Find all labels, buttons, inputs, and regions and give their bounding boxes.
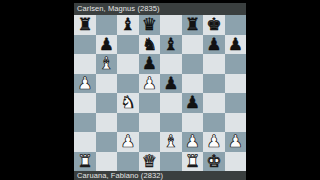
square-h4[interactable] xyxy=(225,93,247,113)
square-h5[interactable] xyxy=(225,74,247,94)
player-bottom-bar: Caruana, Fabiano (2832) xyxy=(74,171,246,180)
square-c7[interactable] xyxy=(117,35,139,55)
square-a1[interactable]: ♜ xyxy=(74,152,96,172)
square-a6[interactable] xyxy=(74,54,96,74)
square-a7[interactable] xyxy=(74,35,96,55)
square-g7[interactable]: ♟ xyxy=(203,35,225,55)
piece-white-pawn: ♟ xyxy=(77,74,92,94)
square-b6[interactable]: ♝ xyxy=(96,54,118,74)
chess-board: ♜♝♛♜♚♟♞♝♟♟♝♟♟♟♟♞♟♟♝♟♟♟♜♛♜♚ xyxy=(74,15,246,171)
piece-black-bishop: ♝ xyxy=(163,35,178,55)
piece-white-pawn: ♟ xyxy=(185,132,200,152)
square-d2[interactable] xyxy=(139,132,161,152)
square-e7[interactable]: ♝ xyxy=(160,35,182,55)
piece-white-bishop: ♝ xyxy=(99,54,114,74)
square-f6[interactable] xyxy=(182,54,204,74)
square-f7[interactable] xyxy=(182,35,204,55)
square-d1[interactable]: ♛ xyxy=(139,152,161,172)
piece-black-rook: ♜ xyxy=(185,15,200,35)
square-e4[interactable] xyxy=(160,93,182,113)
player-top-name: Carlsen, Magnus (2835) xyxy=(77,4,160,13)
square-f4[interactable]: ♟ xyxy=(182,93,204,113)
square-c2[interactable]: ♟ xyxy=(117,132,139,152)
square-e5[interactable]: ♟ xyxy=(160,74,182,94)
square-h1[interactable] xyxy=(225,152,247,172)
square-e6[interactable] xyxy=(160,54,182,74)
piece-white-rook: ♜ xyxy=(77,152,92,172)
square-a8[interactable]: ♜ xyxy=(74,15,96,35)
square-h7[interactable]: ♟ xyxy=(225,35,247,55)
square-e3[interactable] xyxy=(160,113,182,133)
piece-white-pawn: ♟ xyxy=(120,132,135,152)
square-a4[interactable] xyxy=(74,93,96,113)
piece-black-pawn: ♟ xyxy=(163,74,178,94)
square-c6[interactable] xyxy=(117,54,139,74)
piece-black-pawn: ♟ xyxy=(206,35,221,55)
piece-black-bishop: ♝ xyxy=(120,15,135,35)
square-e2[interactable]: ♝ xyxy=(160,132,182,152)
square-c3[interactable] xyxy=(117,113,139,133)
square-d5[interactable]: ♟ xyxy=(139,74,161,94)
square-d3[interactable] xyxy=(139,113,161,133)
square-d6[interactable]: ♟ xyxy=(139,54,161,74)
square-a2[interactable] xyxy=(74,132,96,152)
video-frame: Carlsen, Magnus (2835) ♜♝♛♜♚♟♞♝♟♟♝♟♟♟♟♞♟… xyxy=(0,0,320,180)
piece-black-pawn: ♟ xyxy=(99,35,114,55)
piece-black-pawn: ♟ xyxy=(228,35,243,55)
square-c8[interactable]: ♝ xyxy=(117,15,139,35)
piece-white-king: ♚ xyxy=(206,152,221,172)
square-c1[interactable] xyxy=(117,152,139,172)
square-a3[interactable] xyxy=(74,113,96,133)
piece-black-queen: ♛ xyxy=(142,15,157,35)
piece-black-pawn: ♟ xyxy=(142,54,157,74)
square-d7[interactable]: ♞ xyxy=(139,35,161,55)
square-g8[interactable]: ♚ xyxy=(203,15,225,35)
square-g3[interactable] xyxy=(203,113,225,133)
square-b1[interactable] xyxy=(96,152,118,172)
square-f3[interactable] xyxy=(182,113,204,133)
letterbox-left xyxy=(0,0,74,180)
square-c4[interactable]: ♞ xyxy=(117,93,139,113)
piece-black-king: ♚ xyxy=(206,15,221,35)
square-b7[interactable]: ♟ xyxy=(96,35,118,55)
piece-white-queen: ♛ xyxy=(142,152,157,172)
square-b2[interactable] xyxy=(96,132,118,152)
square-g5[interactable] xyxy=(203,74,225,94)
piece-black-pawn: ♟ xyxy=(185,93,200,113)
letterbox-right xyxy=(246,0,320,180)
square-c5[interactable] xyxy=(117,74,139,94)
piece-black-knight: ♞ xyxy=(142,35,157,55)
square-d4[interactable] xyxy=(139,93,161,113)
square-g2[interactable]: ♟ xyxy=(203,132,225,152)
square-b3[interactable] xyxy=(96,113,118,133)
square-b5[interactable] xyxy=(96,74,118,94)
square-e1[interactable] xyxy=(160,152,182,172)
square-h2[interactable]: ♟ xyxy=(225,132,247,152)
square-f8[interactable]: ♜ xyxy=(182,15,204,35)
square-b4[interactable] xyxy=(96,93,118,113)
piece-white-bishop: ♝ xyxy=(163,132,178,152)
square-g1[interactable]: ♚ xyxy=(203,152,225,172)
square-h6[interactable] xyxy=(225,54,247,74)
square-b8[interactable] xyxy=(96,15,118,35)
square-a5[interactable]: ♟ xyxy=(74,74,96,94)
square-f1[interactable]: ♜ xyxy=(182,152,204,172)
square-f2[interactable]: ♟ xyxy=(182,132,204,152)
piece-white-knight: ♞ xyxy=(120,93,135,113)
square-e8[interactable] xyxy=(160,15,182,35)
square-h3[interactable] xyxy=(225,113,247,133)
piece-white-pawn: ♟ xyxy=(206,132,221,152)
square-h8[interactable] xyxy=(225,15,247,35)
piece-white-rook: ♜ xyxy=(185,152,200,172)
piece-black-rook: ♜ xyxy=(77,15,92,35)
chess-stream-column: Carlsen, Magnus (2835) ♜♝♛♜♚♟♞♝♟♟♝♟♟♟♟♞♟… xyxy=(74,3,246,180)
piece-white-pawn: ♟ xyxy=(142,74,157,94)
square-g6[interactable] xyxy=(203,54,225,74)
player-top-bar: Carlsen, Magnus (2835) xyxy=(74,3,246,15)
piece-white-pawn: ♟ xyxy=(228,132,243,152)
player-bottom-name: Caruana, Fabiano (2832) xyxy=(77,171,163,180)
square-d8[interactable]: ♛ xyxy=(139,15,161,35)
square-f5[interactable] xyxy=(182,74,204,94)
square-g4[interactable] xyxy=(203,93,225,113)
